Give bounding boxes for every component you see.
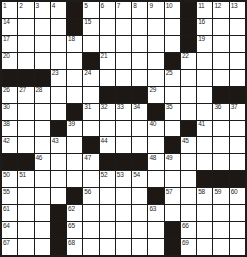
black-cell (230, 87, 245, 103)
white-cell[interactable] (132, 188, 147, 204)
white-cell[interactable] (100, 205, 115, 221)
black-cell (116, 87, 131, 103)
white-cell[interactable] (132, 205, 147, 221)
clue-number: 9 (149, 3, 152, 10)
white-cell[interactable]: 32 (100, 104, 115, 120)
white-cell[interactable] (35, 53, 50, 69)
white-cell[interactable]: 45 (181, 137, 196, 153)
black-cell (83, 137, 98, 153)
clue-number: 38 (3, 121, 10, 128)
clue-number: 37 (231, 104, 238, 111)
white-cell[interactable] (213, 154, 228, 170)
black-cell (213, 87, 228, 103)
black-cell (148, 104, 163, 120)
white-cell[interactable] (51, 53, 66, 69)
clue-number: 15 (84, 19, 91, 26)
white-cell[interactable] (197, 222, 212, 238)
clue-number: 12 (214, 3, 221, 10)
white-cell[interactable]: 23 (51, 70, 66, 86)
white-cell[interactable] (230, 154, 245, 170)
clue-number: 17 (3, 36, 10, 43)
white-cell[interactable] (213, 36, 228, 52)
white-cell[interactable] (148, 137, 163, 153)
black-cell (51, 222, 66, 238)
clue-number: 52 (101, 172, 108, 179)
clue-number: 67 (3, 240, 10, 247)
clue-number: 4 (52, 3, 55, 10)
white-cell[interactable] (181, 87, 196, 103)
black-cell (100, 87, 115, 103)
white-cell[interactable] (197, 104, 212, 120)
white-cell[interactable] (100, 70, 115, 86)
white-cell[interactable] (51, 87, 66, 103)
white-cell[interactable] (132, 121, 147, 137)
clue-number: 13 (231, 3, 238, 10)
white-cell[interactable]: 39 (67, 121, 82, 137)
white-cell[interactable]: 3 (35, 2, 50, 18)
clue-number: 53 (117, 172, 124, 179)
clue-number: 46 (36, 155, 43, 162)
white-cell[interactable]: 35 (165, 104, 180, 120)
clue-number: 7 (117, 3, 120, 10)
clue-number: 16 (198, 19, 205, 26)
white-cell[interactable]: 2 (18, 2, 33, 18)
black-cell (67, 2, 82, 18)
clue-number: 22 (182, 53, 189, 60)
white-cell[interactable] (116, 70, 131, 86)
white-cell[interactable] (83, 121, 98, 137)
black-cell (116, 154, 131, 170)
white-cell[interactable] (100, 188, 115, 204)
black-cell (35, 70, 50, 86)
clue-number: 11 (198, 3, 204, 10)
black-cell (197, 171, 212, 187)
clue-number: 61 (3, 206, 10, 213)
white-cell[interactable] (213, 121, 228, 137)
white-cell[interactable] (148, 70, 163, 86)
white-cell[interactable] (116, 239, 131, 255)
white-cell[interactable] (83, 222, 98, 238)
clue-number: 14 (3, 19, 10, 26)
white-cell[interactable] (213, 19, 228, 35)
clue-number: 10 (166, 3, 173, 10)
white-cell[interactable] (35, 137, 50, 153)
white-cell[interactable]: 37 (230, 104, 245, 120)
clue-number: 66 (182, 223, 189, 230)
white-cell[interactable] (35, 188, 50, 204)
black-cell (67, 104, 82, 120)
white-cell[interactable]: 19 (197, 36, 212, 52)
white-cell[interactable] (18, 188, 33, 204)
white-cell[interactable] (148, 171, 163, 187)
clue-number: 35 (166, 104, 173, 111)
black-cell (230, 171, 245, 187)
clue-number: 6 (101, 3, 104, 10)
white-cell[interactable] (132, 36, 147, 52)
white-cell[interactable] (116, 222, 131, 238)
clue-number: 18 (68, 36, 75, 43)
white-cell[interactable] (116, 188, 131, 204)
black-cell (181, 2, 196, 18)
white-cell[interactable]: 41 (197, 121, 212, 137)
white-cell[interactable] (83, 171, 98, 187)
clue-number: 58 (198, 189, 205, 196)
black-cell (165, 222, 180, 238)
white-cell[interactable] (100, 222, 115, 238)
white-cell[interactable] (51, 154, 66, 170)
white-cell[interactable] (51, 171, 66, 187)
white-cell[interactable]: 38 (2, 121, 17, 137)
white-cell[interactable] (197, 205, 212, 221)
white-cell[interactable] (230, 239, 245, 255)
white-cell[interactable] (132, 70, 147, 86)
white-cell[interactable]: 68 (67, 239, 82, 255)
white-cell[interactable] (83, 205, 98, 221)
white-cell[interactable] (197, 70, 212, 86)
white-cell[interactable] (132, 137, 147, 153)
white-cell[interactable] (35, 171, 50, 187)
black-cell (18, 70, 33, 86)
white-cell[interactable] (132, 19, 147, 35)
white-cell[interactable]: 20 (2, 53, 17, 69)
white-cell[interactable] (100, 239, 115, 255)
white-cell[interactable] (18, 36, 33, 52)
white-cell[interactable] (165, 121, 180, 137)
white-cell[interactable]: 36 (213, 104, 228, 120)
white-cell[interactable]: 7 (116, 2, 131, 18)
clue-number: 60 (231, 189, 238, 196)
white-cell[interactable]: 33 (116, 104, 131, 120)
white-cell[interactable] (213, 137, 228, 153)
clue-number: 36 (214, 104, 221, 111)
white-cell[interactable] (18, 53, 33, 69)
white-cell[interactable] (213, 222, 228, 238)
clue-number: 31 (84, 104, 91, 111)
black-cell (2, 154, 17, 170)
white-cell[interactable] (230, 53, 245, 69)
white-cell[interactable]: 29 (148, 87, 163, 103)
white-cell[interactable] (18, 205, 33, 221)
white-cell[interactable] (100, 121, 115, 137)
white-cell[interactable]: 8 (132, 2, 147, 18)
white-cell[interactable]: 34 (132, 104, 147, 120)
white-cell[interactable]: 60 (230, 188, 245, 204)
white-cell[interactable] (18, 104, 33, 120)
white-cell[interactable] (230, 121, 245, 137)
white-cell[interactable] (165, 205, 180, 221)
clue-number: 64 (3, 223, 10, 230)
clue-number: 47 (84, 155, 91, 162)
clue-number: 62 (68, 206, 75, 213)
white-cell[interactable] (197, 154, 212, 170)
white-cell[interactable] (213, 205, 228, 221)
white-cell[interactable]: 15 (83, 19, 98, 35)
white-cell[interactable] (116, 36, 131, 52)
clue-number: 40 (149, 121, 156, 128)
white-cell[interactable]: 57 (165, 188, 180, 204)
white-cell[interactable] (18, 137, 33, 153)
clue-number: 25 (166, 70, 173, 77)
black-cell (67, 188, 82, 204)
white-cell[interactable]: 13 (230, 2, 245, 18)
white-cell[interactable] (35, 104, 50, 120)
clue-number: 24 (84, 70, 91, 77)
black-cell (213, 171, 228, 187)
clue-number: 29 (149, 87, 156, 94)
clue-number: 33 (117, 104, 124, 111)
white-cell[interactable] (181, 154, 196, 170)
white-cell[interactable]: 27 (18, 87, 33, 103)
white-cell[interactable]: 48 (148, 154, 163, 170)
clue-number: 45 (182, 138, 189, 145)
white-cell[interactable] (197, 87, 212, 103)
clue-number: 39 (68, 121, 75, 128)
white-cell[interactable]: 65 (67, 222, 82, 238)
clue-number: 42 (3, 138, 10, 145)
clue-number: 44 (101, 138, 108, 145)
white-cell[interactable]: 59 (213, 188, 228, 204)
white-cell[interactable] (230, 137, 245, 153)
white-cell[interactable] (18, 121, 33, 137)
white-cell[interactable]: 53 (116, 171, 131, 187)
white-cell[interactable]: 64 (2, 222, 17, 238)
white-cell[interactable] (67, 137, 82, 153)
white-cell[interactable] (132, 53, 147, 69)
white-cell[interactable]: 50 (2, 171, 17, 187)
white-cell[interactable] (83, 239, 98, 255)
clue-number: 63 (149, 206, 156, 213)
clue-number: 56 (84, 189, 91, 196)
white-cell[interactable] (197, 137, 212, 153)
white-cell[interactable]: 58 (197, 188, 212, 204)
white-cell[interactable] (213, 53, 228, 69)
white-cell[interactable] (116, 53, 131, 69)
white-cell[interactable] (197, 53, 212, 69)
clue-number: 19 (198, 36, 205, 43)
black-cell (100, 154, 115, 170)
white-cell[interactable] (116, 205, 131, 221)
white-cell[interactable]: 28 (35, 87, 50, 103)
black-cell (51, 205, 66, 221)
white-cell[interactable]: 16 (197, 19, 212, 35)
white-cell[interactable] (116, 137, 131, 153)
white-cell[interactable]: 11 (197, 2, 212, 18)
white-cell[interactable]: 25 (165, 70, 180, 86)
white-cell[interactable] (67, 70, 82, 86)
white-cell[interactable]: 44 (100, 137, 115, 153)
clue-number: 50 (3, 172, 10, 179)
white-cell[interactable]: 21 (100, 53, 115, 69)
white-cell[interactable] (230, 222, 245, 238)
white-cell[interactable]: 55 (2, 188, 17, 204)
white-cell[interactable]: 26 (2, 87, 17, 103)
clue-number: 43 (52, 138, 59, 145)
white-cell[interactable] (35, 19, 50, 35)
clue-number: 21 (101, 53, 108, 60)
white-cell[interactable] (165, 87, 180, 103)
white-cell[interactable] (132, 222, 147, 238)
white-cell[interactable]: 67 (2, 239, 17, 255)
white-cell[interactable] (83, 36, 98, 52)
white-cell[interactable]: 14 (2, 19, 17, 35)
white-cell[interactable] (116, 121, 131, 137)
white-cell[interactable]: 31 (83, 104, 98, 120)
white-cell[interactable]: 4 (51, 2, 66, 18)
clue-number: 30 (3, 104, 10, 111)
clue-number: 48 (149, 155, 156, 162)
white-cell[interactable]: 9 (148, 2, 163, 18)
clue-number: 54 (133, 172, 140, 179)
black-cell (132, 87, 147, 103)
clue-number: 69 (182, 240, 189, 247)
clue-number: 5 (84, 3, 87, 10)
clue-number: 32 (101, 104, 108, 111)
white-cell[interactable]: 40 (148, 121, 163, 137)
white-cell[interactable] (18, 222, 33, 238)
white-cell[interactable] (35, 222, 50, 238)
white-cell[interactable]: 17 (2, 36, 17, 52)
black-cell (181, 36, 196, 52)
white-cell[interactable] (181, 70, 196, 86)
white-cell[interactable]: 6 (100, 2, 115, 18)
black-cell (51, 121, 66, 137)
white-cell[interactable] (100, 36, 115, 52)
white-cell[interactable]: 69 (181, 239, 196, 255)
white-cell[interactable]: 51 (18, 171, 33, 187)
black-cell (165, 53, 180, 69)
white-cell[interactable] (181, 171, 196, 187)
white-cell[interactable]: 54 (132, 171, 147, 187)
white-cell[interactable] (18, 239, 33, 255)
white-cell[interactable]: 10 (165, 2, 180, 18)
white-cell[interactable]: 61 (2, 205, 17, 221)
white-cell[interactable] (132, 239, 147, 255)
clue-number: 49 (166, 155, 173, 162)
white-cell[interactable] (18, 19, 33, 35)
white-cell[interactable] (51, 36, 66, 52)
white-cell[interactable] (35, 205, 50, 221)
white-cell[interactable]: 43 (51, 137, 66, 153)
black-cell (67, 19, 82, 35)
white-cell[interactable] (148, 222, 163, 238)
clue-number: 55 (3, 189, 10, 196)
white-cell[interactable] (67, 171, 82, 187)
clue-number: 20 (3, 53, 10, 60)
white-cell[interactable] (148, 19, 163, 35)
white-cell[interactable]: 63 (148, 205, 163, 221)
clue-number: 68 (68, 240, 75, 247)
black-cell (165, 137, 180, 153)
white-cell[interactable]: 62 (67, 205, 82, 221)
clue-number: 1 (3, 3, 6, 10)
white-cell[interactable] (230, 205, 245, 221)
white-cell[interactable] (100, 19, 115, 35)
clue-number: 23 (52, 70, 59, 77)
white-cell[interactable] (230, 36, 245, 52)
white-cell[interactable] (83, 87, 98, 103)
black-cell (18, 154, 33, 170)
clue-number: 28 (36, 87, 43, 94)
white-cell[interactable] (148, 53, 163, 69)
white-cell[interactable]: 18 (67, 36, 82, 52)
white-cell[interactable]: 24 (83, 70, 98, 86)
black-cell (132, 154, 147, 170)
white-cell[interactable]: 52 (100, 171, 115, 187)
white-cell[interactable] (165, 171, 180, 187)
white-cell[interactable]: 49 (165, 154, 180, 170)
white-cell[interactable]: 12 (213, 2, 228, 18)
white-cell[interactable] (181, 104, 196, 120)
white-cell[interactable]: 66 (181, 222, 196, 238)
black-cell (83, 53, 98, 69)
black-cell (165, 239, 180, 255)
white-cell[interactable] (197, 239, 212, 255)
clue-number: 27 (19, 87, 26, 94)
black-cell (181, 121, 196, 137)
white-cell[interactable] (181, 205, 196, 221)
white-cell[interactable] (165, 36, 180, 52)
white-cell[interactable] (51, 188, 66, 204)
white-cell[interactable] (67, 87, 82, 103)
clue-number: 26 (3, 87, 10, 94)
white-cell[interactable] (165, 19, 180, 35)
white-cell[interactable] (35, 36, 50, 52)
white-cell[interactable] (35, 121, 50, 137)
white-cell[interactable] (213, 70, 228, 86)
white-cell[interactable] (181, 188, 196, 204)
clue-number: 65 (68, 223, 75, 230)
white-cell[interactable]: 1 (2, 2, 17, 18)
crossword-board: 1234567891011121314151617181920212223242… (0, 0, 247, 257)
white-cell[interactable] (67, 53, 82, 69)
white-cell[interactable] (67, 154, 82, 170)
white-cell[interactable] (51, 104, 66, 120)
white-cell[interactable] (213, 239, 228, 255)
clue-number: 51 (19, 172, 26, 179)
clue-number: 57 (166, 189, 173, 196)
black-cell (181, 19, 196, 35)
white-cell[interactable]: 30 (2, 104, 17, 120)
clue-number: 2 (19, 3, 22, 10)
white-cell[interactable]: 47 (83, 154, 98, 170)
white-cell[interactable] (230, 70, 245, 86)
black-cell (2, 70, 17, 86)
white-cell[interactable] (148, 36, 163, 52)
clue-number: 59 (214, 189, 221, 196)
white-cell[interactable]: 22 (181, 53, 196, 69)
white-cell[interactable]: 46 (35, 154, 50, 170)
black-cell (51, 239, 66, 255)
white-cell[interactable] (230, 19, 245, 35)
clue-number: 41 (198, 121, 205, 128)
white-cell[interactable]: 56 (83, 188, 98, 204)
black-cell (148, 188, 163, 204)
white-cell[interactable] (116, 19, 131, 35)
white-cell[interactable] (148, 239, 163, 255)
clue-number: 3 (36, 3, 39, 10)
white-cell[interactable] (51, 19, 66, 35)
white-cell[interactable] (35, 239, 50, 255)
white-cell[interactable]: 42 (2, 137, 17, 153)
white-cell[interactable]: 5 (83, 2, 98, 18)
clue-number: 8 (133, 3, 136, 10)
clue-number: 34 (133, 104, 140, 111)
